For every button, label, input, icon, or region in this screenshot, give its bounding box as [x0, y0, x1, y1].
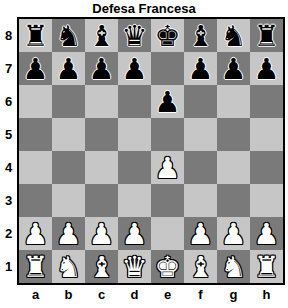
square-e6[interactable]: ♟: [151, 85, 184, 118]
rank-labels: 87654321: [0, 17, 17, 285]
square-h2[interactable]: ♟: [250, 217, 283, 250]
square-f3[interactable]: [184, 184, 217, 217]
square-h1[interactable]: ♜: [250, 250, 283, 283]
file-labels: abcdefgh: [19, 285, 288, 305]
white-knight-g1[interactable]: ♞: [217, 250, 250, 283]
square-a3[interactable]: [19, 184, 52, 217]
square-g7[interactable]: ♟: [217, 52, 250, 85]
square-b7[interactable]: ♟: [52, 52, 85, 85]
black-pawn-d7[interactable]: ♟: [118, 52, 151, 85]
square-f5[interactable]: [184, 118, 217, 151]
square-a7[interactable]: ♟: [19, 52, 52, 85]
square-e4[interactable]: ♟: [151, 151, 184, 184]
black-pawn-h7[interactable]: ♟: [250, 52, 283, 85]
white-bishop-f1[interactable]: ♝: [184, 250, 217, 283]
square-b8[interactable]: ♞: [52, 19, 85, 52]
file-label-e: e: [151, 285, 184, 305]
square-d2[interactable]: ♟: [118, 217, 151, 250]
square-a4[interactable]: [19, 151, 52, 184]
black-pawn-b7[interactable]: ♟: [52, 52, 85, 85]
white-pawn-h2[interactable]: ♟: [250, 217, 283, 250]
square-e8[interactable]: ♚: [151, 19, 184, 52]
square-c6[interactable]: [85, 85, 118, 118]
square-e1[interactable]: ♚: [151, 250, 184, 283]
square-d5[interactable]: [118, 118, 151, 151]
square-b2[interactable]: ♟: [52, 217, 85, 250]
square-h3[interactable]: [250, 184, 283, 217]
white-rook-h1[interactable]: ♜: [250, 250, 283, 283]
chess-diagram-page: Defesa Francesa 87654321 ♜♞♝♛♚♝♞♜♟♟♟♟♟♟♟…: [0, 0, 288, 308]
white-pawn-g2[interactable]: ♟: [217, 217, 250, 250]
page-title: Defesa Francesa: [0, 0, 288, 17]
rank-label-1: 1: [0, 250, 17, 283]
rank-label-2: 2: [0, 217, 17, 250]
square-f4[interactable]: [184, 151, 217, 184]
square-d8[interactable]: ♛: [118, 19, 151, 52]
black-knight-g8[interactable]: ♞: [217, 19, 250, 52]
square-a5[interactable]: [19, 118, 52, 151]
square-a1[interactable]: ♜: [19, 250, 52, 283]
file-label-c: c: [85, 285, 118, 305]
square-b1[interactable]: ♞: [52, 250, 85, 283]
black-pawn-a7[interactable]: ♟: [19, 52, 52, 85]
rank-label-4: 4: [0, 151, 17, 184]
square-f1[interactable]: ♝: [184, 250, 217, 283]
square-f2[interactable]: ♟: [184, 217, 217, 250]
square-b6[interactable]: [52, 85, 85, 118]
square-g8[interactable]: ♞: [217, 19, 250, 52]
square-c8[interactable]: ♝: [85, 19, 118, 52]
white-pawn-c2[interactable]: ♟: [85, 217, 118, 250]
rank-label-8: 8: [0, 19, 17, 52]
rank-label-7: 7: [0, 52, 17, 85]
black-pawn-g7[interactable]: ♟: [217, 52, 250, 85]
square-a6[interactable]: [19, 85, 52, 118]
board-area: 87654321 ♜♞♝♛♚♝♞♜♟♟♟♟♟♟♟♟♟♟♟♟♟♟♟♟♜♞♝♛♚♝♞…: [0, 17, 288, 285]
square-e5[interactable]: [151, 118, 184, 151]
square-h6[interactable]: [250, 85, 283, 118]
square-h4[interactable]: [250, 151, 283, 184]
file-label-a: a: [19, 285, 52, 305]
square-f8[interactable]: ♝: [184, 19, 217, 52]
square-d3[interactable]: [118, 184, 151, 217]
square-g2[interactable]: ♟: [217, 217, 250, 250]
black-queen-d8[interactable]: ♛: [118, 19, 151, 52]
white-queen-d1[interactable]: ♛: [118, 250, 151, 283]
square-g4[interactable]: [217, 151, 250, 184]
file-label-f: f: [184, 285, 217, 305]
white-rook-a1[interactable]: ♜: [19, 250, 52, 283]
file-label-g: g: [217, 285, 250, 305]
square-c4[interactable]: [85, 151, 118, 184]
white-king-e1[interactable]: ♚: [151, 250, 184, 283]
file-label-b: b: [52, 285, 85, 305]
black-rook-a8[interactable]: ♜: [19, 19, 52, 52]
square-b3[interactable]: [52, 184, 85, 217]
black-pawn-e6[interactable]: ♟: [151, 85, 184, 118]
white-pawn-b2[interactable]: ♟: [52, 217, 85, 250]
black-king-e8[interactable]: ♚: [151, 19, 184, 52]
rank-label-3: 3: [0, 184, 17, 217]
black-pawn-c7[interactable]: ♟: [85, 52, 118, 85]
white-knight-b1[interactable]: ♞: [52, 250, 85, 283]
square-g3[interactable]: [217, 184, 250, 217]
square-c3[interactable]: [85, 184, 118, 217]
file-label-h: h: [250, 285, 283, 305]
square-g5[interactable]: [217, 118, 250, 151]
square-d1[interactable]: ♛: [118, 250, 151, 283]
square-d6[interactable]: [118, 85, 151, 118]
rank-label-6: 6: [0, 85, 17, 118]
white-pawn-d2[interactable]: ♟: [118, 217, 151, 250]
square-a2[interactable]: ♟: [19, 217, 52, 250]
square-a8[interactable]: ♜: [19, 19, 52, 52]
square-f7[interactable]: ♟: [184, 52, 217, 85]
square-g1[interactable]: ♞: [217, 250, 250, 283]
chess-board: ♜♞♝♛♚♝♞♜♟♟♟♟♟♟♟♟♟♟♟♟♟♟♟♟♜♞♝♛♚♝♞♜: [17, 17, 285, 285]
white-pawn-a2[interactable]: ♟: [19, 217, 52, 250]
black-bishop-f8[interactable]: ♝: [184, 19, 217, 52]
square-b4[interactable]: [52, 151, 85, 184]
square-d4[interactable]: [118, 151, 151, 184]
square-h7[interactable]: ♟: [250, 52, 283, 85]
square-e7[interactable]: [151, 52, 184, 85]
white-pawn-e4[interactable]: ♟: [151, 151, 184, 184]
rank-label-5: 5: [0, 118, 17, 151]
square-c7[interactable]: ♟: [85, 52, 118, 85]
square-h5[interactable]: [250, 118, 283, 151]
black-bishop-c8[interactable]: ♝: [85, 19, 118, 52]
black-knight-b8[interactable]: ♞: [52, 19, 85, 52]
square-e3[interactable]: [151, 184, 184, 217]
square-c1[interactable]: ♝: [85, 250, 118, 283]
square-c2[interactable]: ♟: [85, 217, 118, 250]
square-d7[interactable]: ♟: [118, 52, 151, 85]
square-b5[interactable]: [52, 118, 85, 151]
black-pawn-f7[interactable]: ♟: [184, 52, 217, 85]
black-rook-h8[interactable]: ♜: [250, 19, 283, 52]
square-c5[interactable]: [85, 118, 118, 151]
square-h8[interactable]: ♜: [250, 19, 283, 52]
white-pawn-f2[interactable]: ♟: [184, 217, 217, 250]
square-f6[interactable]: [184, 85, 217, 118]
square-g6[interactable]: [217, 85, 250, 118]
file-label-d: d: [118, 285, 151, 305]
square-e2[interactable]: [151, 217, 184, 250]
white-bishop-c1[interactable]: ♝: [85, 250, 118, 283]
